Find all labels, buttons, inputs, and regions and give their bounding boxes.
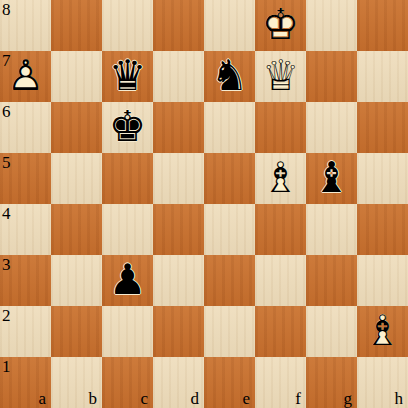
- square-g7[interactable]: [306, 51, 357, 102]
- file-label-e: e: [242, 390, 250, 407]
- square-a7[interactable]: 7♟♙: [0, 51, 51, 102]
- black-knight-e7[interactable]: ♞: [204, 51, 255, 102]
- rank-label-5: 5: [2, 154, 11, 171]
- chess-board: 8♚♔7♟♙♛♞♛♕6♚5♝♗♝43♟2♝♗1abcdefgh: [0, 0, 408, 408]
- square-g4[interactable]: [306, 204, 357, 255]
- square-e7[interactable]: ♞: [204, 51, 255, 102]
- square-c8[interactable]: [102, 0, 153, 51]
- square-d7[interactable]: [153, 51, 204, 102]
- square-e2[interactable]: [204, 306, 255, 357]
- square-a5[interactable]: 5: [0, 153, 51, 204]
- file-label-c: c: [140, 390, 148, 407]
- square-e1[interactable]: e: [204, 357, 255, 408]
- rank-label-2: 2: [2, 307, 11, 324]
- square-g2[interactable]: [306, 306, 357, 357]
- white-queen-f7[interactable]: ♛♕: [255, 51, 306, 102]
- white-bishop-icon: ♗: [357, 306, 408, 356]
- file-label-f: f: [295, 390, 301, 407]
- square-h4[interactable]: [357, 204, 408, 255]
- black-bishop-icon: ♝: [306, 153, 357, 203]
- square-b3[interactable]: [51, 255, 102, 306]
- rank-label-8: 8: [2, 1, 11, 18]
- square-e3[interactable]: [204, 255, 255, 306]
- white-bishop-f5[interactable]: ♝♗: [255, 153, 306, 204]
- square-c1[interactable]: c: [102, 357, 153, 408]
- square-a1[interactable]: 1a: [0, 357, 51, 408]
- white-king-icon: ♔: [255, 0, 306, 50]
- square-b1[interactable]: b: [51, 357, 102, 408]
- file-label-g: g: [344, 390, 353, 407]
- square-f7[interactable]: ♛♕: [255, 51, 306, 102]
- square-c5[interactable]: [102, 153, 153, 204]
- square-c6[interactable]: ♚: [102, 102, 153, 153]
- black-king-c6[interactable]: ♚: [102, 102, 153, 153]
- square-b7[interactable]: [51, 51, 102, 102]
- square-g6[interactable]: [306, 102, 357, 153]
- square-a6[interactable]: 6: [0, 102, 51, 153]
- square-e5[interactable]: [204, 153, 255, 204]
- file-label-h: h: [395, 390, 404, 407]
- square-h1[interactable]: h: [357, 357, 408, 408]
- square-d3[interactable]: [153, 255, 204, 306]
- black-knight-icon: ♞: [204, 51, 255, 101]
- file-label-d: d: [191, 390, 200, 407]
- square-d5[interactable]: [153, 153, 204, 204]
- square-d2[interactable]: [153, 306, 204, 357]
- square-g3[interactable]: [306, 255, 357, 306]
- white-king-f8[interactable]: ♚♔: [255, 0, 306, 51]
- square-g5[interactable]: ♝: [306, 153, 357, 204]
- square-b6[interactable]: [51, 102, 102, 153]
- rank-label-1: 1: [2, 358, 11, 375]
- square-b4[interactable]: [51, 204, 102, 255]
- square-e8[interactable]: [204, 0, 255, 51]
- square-a3[interactable]: 3: [0, 255, 51, 306]
- square-b2[interactable]: [51, 306, 102, 357]
- square-f4[interactable]: [255, 204, 306, 255]
- file-label-a: a: [38, 390, 46, 407]
- rank-label-7: 7: [2, 52, 11, 69]
- black-queen-c7[interactable]: ♛: [102, 51, 153, 102]
- square-f3[interactable]: [255, 255, 306, 306]
- black-bishop-g5[interactable]: ♝: [306, 153, 357, 204]
- file-label-b: b: [89, 390, 98, 407]
- square-d8[interactable]: [153, 0, 204, 51]
- rank-label-3: 3: [2, 256, 11, 273]
- square-g8[interactable]: [306, 0, 357, 51]
- square-d6[interactable]: [153, 102, 204, 153]
- square-c2[interactable]: [102, 306, 153, 357]
- square-h5[interactable]: [357, 153, 408, 204]
- square-g1[interactable]: g: [306, 357, 357, 408]
- square-c4[interactable]: [102, 204, 153, 255]
- black-queen-icon: ♛: [102, 51, 153, 101]
- white-bishop-icon: ♗: [255, 153, 306, 203]
- square-h6[interactable]: [357, 102, 408, 153]
- square-b8[interactable]: [51, 0, 102, 51]
- square-d4[interactable]: [153, 204, 204, 255]
- square-c3[interactable]: ♟: [102, 255, 153, 306]
- square-h8[interactable]: [357, 0, 408, 51]
- square-b5[interactable]: [51, 153, 102, 204]
- square-h3[interactable]: [357, 255, 408, 306]
- square-h7[interactable]: [357, 51, 408, 102]
- square-e4[interactable]: [204, 204, 255, 255]
- white-bishop-h2[interactable]: ♝♗: [357, 306, 408, 357]
- square-e6[interactable]: [204, 102, 255, 153]
- square-d1[interactable]: d: [153, 357, 204, 408]
- square-a2[interactable]: 2: [0, 306, 51, 357]
- square-f8[interactable]: ♚♔: [255, 0, 306, 51]
- square-a4[interactable]: 4: [0, 204, 51, 255]
- square-f5[interactable]: ♝♗: [255, 153, 306, 204]
- square-h2[interactable]: ♝♗: [357, 306, 408, 357]
- square-c7[interactable]: ♛: [102, 51, 153, 102]
- square-f2[interactable]: [255, 306, 306, 357]
- rank-label-4: 4: [2, 205, 11, 222]
- square-a8[interactable]: 8: [0, 0, 51, 51]
- black-king-icon: ♚: [102, 102, 153, 152]
- white-queen-icon: ♕: [255, 51, 306, 101]
- black-pawn-c3[interactable]: ♟: [102, 255, 153, 306]
- black-pawn-icon: ♟: [102, 255, 153, 305]
- square-f1[interactable]: f: [255, 357, 306, 408]
- square-f6[interactable]: [255, 102, 306, 153]
- rank-label-6: 6: [2, 103, 11, 120]
